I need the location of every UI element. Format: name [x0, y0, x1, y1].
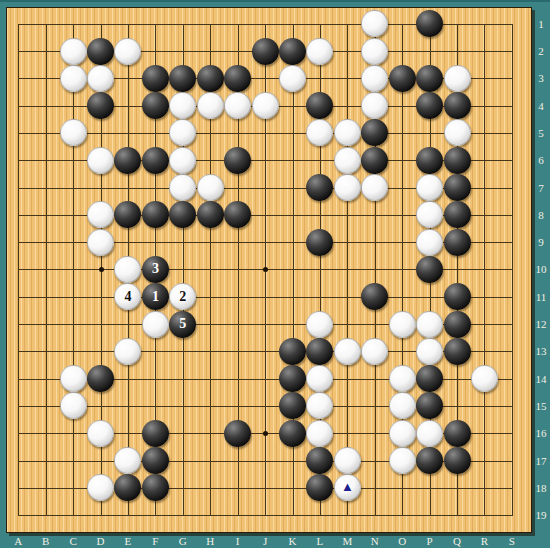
coord-label-row-7: 7	[533, 183, 549, 194]
stone-D3[interactable]	[87, 65, 114, 92]
stone-P10[interactable]	[416, 256, 443, 283]
stone-F10[interactable]: 3	[142, 256, 169, 283]
stone-O15[interactable]	[389, 392, 416, 419]
coord-label-column-D: D	[93, 536, 109, 547]
stone-D2[interactable]	[87, 38, 114, 65]
coord-label-column-R: R	[476, 536, 492, 547]
stone-L16[interactable]	[306, 420, 333, 447]
coord-label-column-E: E	[120, 536, 136, 547]
stone-C15[interactable]	[60, 392, 87, 419]
stone-Q9[interactable]	[444, 229, 471, 256]
coord-label-row-1: 1	[533, 19, 549, 30]
stone-L2[interactable]	[306, 38, 333, 65]
coord-label-column-S: S	[504, 536, 520, 547]
stone-L12[interactable]	[306, 311, 333, 338]
coord-label-column-K: K	[285, 536, 301, 547]
stone-R14[interactable]	[471, 365, 498, 392]
coord-label-row-4: 4	[533, 101, 549, 112]
stone-G12[interactable]: 5	[169, 311, 196, 338]
stone-L9[interactable]	[306, 229, 333, 256]
stone-O12[interactable]	[389, 311, 416, 338]
coord-label-column-L: L	[312, 536, 328, 547]
coord-label-row-6: 6	[533, 155, 549, 166]
stone-F11[interactable]: 1	[142, 283, 169, 310]
coord-label-row-5: 5	[533, 128, 549, 139]
stone-C14[interactable]	[60, 365, 87, 392]
stone-P17[interactable]	[416, 447, 443, 474]
stone-J2[interactable]	[252, 38, 279, 65]
stone-F6[interactable]	[142, 147, 169, 174]
stone-P12[interactable]	[416, 311, 443, 338]
stone-M18[interactable]: ▲	[334, 474, 361, 501]
move-number-5: 5	[179, 317, 186, 331]
stone-I3[interactable]	[224, 65, 251, 92]
stone-D6[interactable]	[87, 147, 114, 174]
coord-label-row-18: 18	[533, 483, 549, 494]
stone-Q4[interactable]	[444, 92, 471, 119]
stone-P7[interactable]	[416, 174, 443, 201]
stone-O16[interactable]	[389, 420, 416, 447]
stone-O3[interactable]	[389, 65, 416, 92]
stone-E2[interactable]	[114, 38, 141, 65]
stone-K2[interactable]	[279, 38, 306, 65]
stone-N3[interactable]	[361, 65, 388, 92]
stone-N13[interactable]	[361, 338, 388, 365]
go-app-window: 34125▲ABCDEFGHIJKLMNOPQRS123456789101112…	[0, 0, 550, 548]
coord-label-column-C: C	[65, 536, 81, 547]
stone-I6[interactable]	[224, 147, 251, 174]
stone-F12[interactable]	[142, 311, 169, 338]
stone-P3[interactable]	[416, 65, 443, 92]
stone-O17[interactable]	[389, 447, 416, 474]
coord-label-column-Q: Q	[449, 536, 465, 547]
stone-J4[interactable]	[252, 92, 279, 119]
stone-Q11[interactable]	[444, 283, 471, 310]
coord-label-row-10: 10	[533, 264, 549, 275]
stone-D9[interactable]	[87, 229, 114, 256]
coord-label-row-13: 13	[533, 346, 549, 357]
coord-label-column-O: O	[394, 536, 410, 547]
coord-label-column-H: H	[202, 536, 218, 547]
coord-label-row-19: 19	[533, 510, 549, 521]
move-number-2: 2	[179, 290, 186, 304]
stone-F17[interactable]	[142, 447, 169, 474]
stone-M6[interactable]	[334, 147, 361, 174]
coord-label-column-F: F	[147, 536, 163, 547]
stone-K16[interactable]	[279, 420, 306, 447]
stone-Q5[interactable]	[444, 119, 471, 146]
stone-F8[interactable]	[142, 201, 169, 228]
stone-M7[interactable]	[334, 174, 361, 201]
stone-C5[interactable]	[60, 119, 87, 146]
coord-label-column-N: N	[367, 536, 383, 547]
stone-P13[interactable]	[416, 338, 443, 365]
move-number-3: 3	[152, 262, 159, 276]
stone-O14[interactable]	[389, 365, 416, 392]
stone-P6[interactable]	[416, 147, 443, 174]
stone-D16[interactable]	[87, 420, 114, 447]
stone-K14[interactable]	[279, 365, 306, 392]
coord-label-row-2: 2	[533, 46, 549, 57]
stone-H4[interactable]	[197, 92, 224, 119]
coord-label-row-8: 8	[533, 210, 549, 221]
stone-M13[interactable]	[334, 338, 361, 365]
stone-E6[interactable]	[114, 147, 141, 174]
coord-label-row-9: 9	[533, 237, 549, 248]
stone-H8[interactable]	[197, 201, 224, 228]
coord-label-column-I: I	[230, 536, 246, 547]
coord-label-row-12: 12	[533, 319, 549, 330]
stone-Q3[interactable]	[444, 65, 471, 92]
stone-P16[interactable]	[416, 420, 443, 447]
coord-label-row-16: 16	[533, 428, 549, 439]
stone-L13[interactable]	[306, 338, 333, 365]
stone-D14[interactable]	[87, 365, 114, 392]
stone-M17[interactable]	[334, 447, 361, 474]
stone-C2[interactable]	[60, 38, 87, 65]
stone-P9[interactable]	[416, 229, 443, 256]
move-number-1: 1	[152, 290, 159, 304]
stone-F4[interactable]	[142, 92, 169, 119]
coord-label-row-11: 11	[533, 292, 549, 303]
coord-label-row-15: 15	[533, 401, 549, 412]
stone-P14[interactable]	[416, 365, 443, 392]
coord-label-column-G: G	[175, 536, 191, 547]
stone-N6[interactable]	[361, 147, 388, 174]
stone-C3[interactable]	[60, 65, 87, 92]
stone-Q12[interactable]	[444, 311, 471, 338]
coord-label-column-M: M	[339, 536, 355, 547]
coord-label-column-J: J	[257, 536, 273, 547]
coord-label-row-14: 14	[533, 374, 549, 385]
coord-label-column-A: A	[10, 536, 26, 547]
stone-Q17[interactable]	[444, 447, 471, 474]
coord-label-row-3: 3	[533, 73, 549, 84]
stone-I16[interactable]	[224, 420, 251, 447]
stone-K3[interactable]	[279, 65, 306, 92]
stone-Q6[interactable]	[444, 147, 471, 174]
stone-F16[interactable]	[142, 420, 169, 447]
triangle-marker-icon: ▲	[341, 480, 354, 493]
stone-G6[interactable]	[169, 147, 196, 174]
stone-H3[interactable]	[197, 65, 224, 92]
stone-F3[interactable]	[142, 65, 169, 92]
move-number-4: 4	[124, 290, 131, 304]
coord-label-column-B: B	[38, 536, 54, 547]
stone-F18[interactable]	[142, 474, 169, 501]
stone-Q8[interactable]	[444, 201, 471, 228]
stone-N2[interactable]	[361, 38, 388, 65]
stone-H7[interactable]	[197, 174, 224, 201]
stone-K13[interactable]	[279, 338, 306, 365]
stone-G3[interactable]	[169, 65, 196, 92]
stone-P4[interactable]	[416, 92, 443, 119]
coord-label-row-17: 17	[533, 456, 549, 467]
stone-Q16[interactable]	[444, 420, 471, 447]
stone-Q13[interactable]	[444, 338, 471, 365]
coord-label-column-P: P	[422, 536, 438, 547]
stone-D4[interactable]	[87, 92, 114, 119]
stone-Q7[interactable]	[444, 174, 471, 201]
